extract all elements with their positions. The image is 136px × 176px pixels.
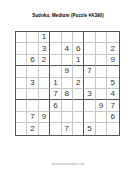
cell-r3c2: 6 [27, 55, 38, 66]
cell-r9c8 [96, 123, 107, 134]
cell-r5c3 [39, 78, 50, 89]
cell-r4c8 [96, 66, 107, 77]
cell-r3c3: 2 [39, 55, 50, 66]
cell-r3c9: 9 [107, 55, 118, 66]
cell-r3c8 [96, 55, 107, 66]
cell-r9c9 [107, 123, 118, 134]
cell-r8c2: 7 [27, 112, 38, 123]
cell-r5c8 [96, 78, 107, 89]
cell-r8c9: 6 [107, 112, 118, 123]
cell-r9c4 [50, 123, 61, 134]
cell-r3c4 [50, 55, 61, 66]
cell-r4c6 [73, 66, 84, 77]
cell-r1c5 [62, 32, 73, 43]
page: { "game": "sudoku", "difficulty": "Mediu… [0, 0, 136, 176]
sudoku-grid: 1346262199731257834697796275 [15, 31, 120, 136]
cell-r6c1 [16, 89, 27, 100]
cell-r2c4 [50, 43, 61, 54]
cell-r2c3: 3 [39, 43, 50, 54]
cell-r9c7: 5 [84, 123, 95, 134]
cell-r5c9: 5 [107, 78, 118, 89]
cell-r7c2 [27, 100, 38, 111]
cell-r9c2: 2 [27, 123, 38, 134]
cell-r8c3: 9 [39, 112, 50, 123]
cell-r4c3 [39, 66, 50, 77]
cell-r3c7 [84, 55, 95, 66]
cell-r2c2 [27, 43, 38, 54]
cell-r9c5: 7 [62, 123, 73, 134]
cell-r6c3 [39, 89, 50, 100]
cell-r2c6: 6 [73, 43, 84, 54]
cell-r7c4: 6 [50, 100, 61, 111]
cell-r8c4 [50, 112, 61, 123]
cell-r9c1 [16, 123, 27, 134]
cell-r5c2: 3 [27, 78, 38, 89]
cell-r7c1 [16, 100, 27, 111]
cell-r6c9: 4 [107, 89, 118, 100]
footer-url: www.printmysudoku.com [0, 162, 136, 166]
cell-r8c8 [96, 112, 107, 123]
cell-r5c7 [84, 78, 95, 89]
cell-r4c9 [107, 66, 118, 77]
cell-r1c8 [96, 32, 107, 43]
cell-r7c8: 9 [96, 100, 107, 111]
cell-r1c4 [50, 32, 61, 43]
cell-r7c3 [39, 100, 50, 111]
cell-r5c5 [62, 78, 73, 89]
cell-r3c5 [62, 55, 73, 66]
cell-r1c9 [107, 32, 118, 43]
cell-r7c6 [73, 100, 84, 111]
cell-r8c5 [62, 112, 73, 123]
cell-r5c1 [16, 78, 27, 89]
cell-r6c2 [27, 89, 38, 100]
cell-r1c6 [73, 32, 84, 43]
cell-r6c7: 3 [84, 89, 95, 100]
cell-r4c7: 7 [84, 66, 95, 77]
cell-r2c5: 4 [62, 43, 73, 54]
cell-r1c2 [27, 32, 38, 43]
cell-r6c6 [73, 89, 84, 100]
cell-r5c4: 1 [50, 78, 61, 89]
cell-r2c1 [16, 43, 27, 54]
cell-r6c8 [96, 89, 107, 100]
cell-r3c1 [16, 55, 27, 66]
cell-r6c5: 8 [62, 89, 73, 100]
cell-r8c7 [84, 112, 95, 123]
cell-r8c1 [16, 112, 27, 123]
cell-r7c9: 7 [107, 100, 118, 111]
cell-r2c8 [96, 43, 107, 54]
cell-r7c7 [84, 100, 95, 111]
cell-r2c7 [84, 43, 95, 54]
cell-r4c5: 9 [62, 66, 73, 77]
puzzle-title: Sudoku, Medium (Puzzle #A390) [0, 13, 136, 18]
cell-r1c1 [16, 32, 27, 43]
cell-r9c3 [39, 123, 50, 134]
cell-r5c6: 2 [73, 78, 84, 89]
cell-r6c4: 7 [50, 89, 61, 100]
cell-r8c6 [73, 112, 84, 123]
cell-r1c3: 1 [39, 32, 50, 43]
cell-r4c4 [50, 66, 61, 77]
cell-r4c1 [16, 66, 27, 77]
cell-r7c5 [62, 100, 73, 111]
cell-r3c6: 1 [73, 55, 84, 66]
cell-r9c6 [73, 123, 84, 134]
cell-r2c9: 2 [107, 43, 118, 54]
cell-r1c7 [84, 32, 95, 43]
cell-r4c2 [27, 66, 38, 77]
